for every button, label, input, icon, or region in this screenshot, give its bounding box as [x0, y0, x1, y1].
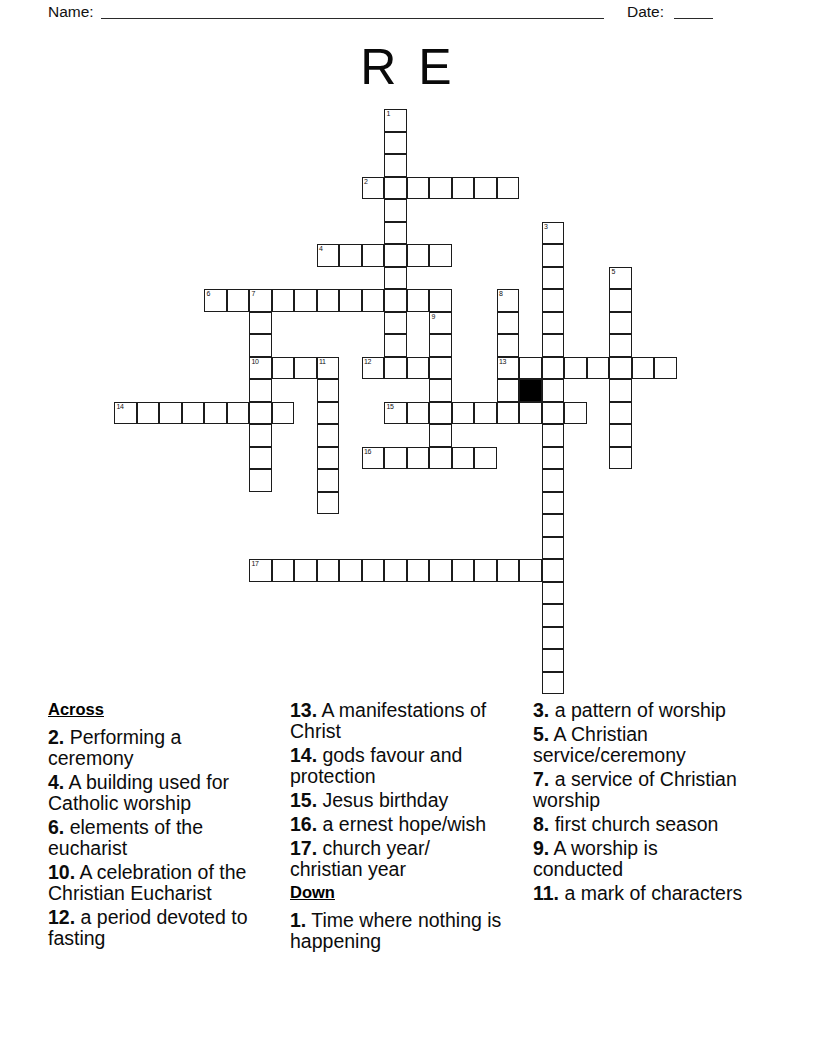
cell-r11c6[interactable]: 10	[249, 357, 272, 380]
cell-r24c19[interactable]	[542, 649, 565, 672]
cell-r11c20[interactable]	[564, 357, 587, 380]
cell-r12c19[interactable]	[542, 379, 565, 402]
clue-number-label: 15.	[290, 789, 317, 811]
clue-item-14: 14. gods favour and protection	[290, 745, 505, 787]
crossword-grid: 1234567891011121314151617	[114, 109, 677, 695]
cell-r15c12[interactable]	[384, 447, 407, 470]
clue-number-16: 16	[364, 448, 371, 456]
cell-r13c17[interactable]	[497, 402, 520, 425]
date-label: Date:	[627, 3, 664, 21]
clue-number-label: 2.	[48, 726, 64, 748]
cell-r10c17[interactable]	[497, 334, 520, 357]
cell-r1c12[interactable]	[384, 132, 407, 155]
clue-number-label: 1.	[290, 909, 306, 931]
cell-r11c19[interactable]	[542, 357, 565, 380]
clues-heading-down: Down	[290, 883, 505, 902]
clue-number-10: 10	[252, 358, 259, 366]
clue-item-6: 6. elements of the eucharist	[48, 817, 263, 859]
cell-r8c10[interactable]	[339, 289, 362, 312]
cell-r13c0[interactable]: 14	[114, 402, 137, 425]
cell-r8c7[interactable]	[272, 289, 295, 312]
clue-number-12: 12	[364, 358, 371, 366]
cell-r16c6[interactable]	[249, 469, 272, 492]
clue-number-label: 14.	[290, 744, 317, 766]
black-cell-r12c18	[519, 379, 542, 402]
cell-r13c1[interactable]	[137, 402, 160, 425]
cell-r10c22[interactable]	[609, 334, 632, 357]
clue-number-label: 4.	[48, 771, 64, 793]
cell-r20c16[interactable]	[474, 559, 497, 582]
cell-r6c11[interactable]	[362, 244, 385, 267]
cell-r16c19[interactable]	[542, 469, 565, 492]
date-blank-line[interactable]	[674, 18, 713, 19]
cell-r14c22[interactable]	[609, 424, 632, 447]
cell-r13c15[interactable]	[452, 402, 475, 425]
cell-r20c13[interactable]	[407, 559, 430, 582]
cell-r15c11[interactable]: 16	[362, 447, 385, 470]
cell-r10c14[interactable]	[429, 334, 452, 357]
cell-r15c13[interactable]	[407, 447, 430, 470]
name-label: Name:	[48, 3, 94, 21]
cell-r25c19[interactable]	[542, 672, 565, 695]
page-title: R E	[0, 38, 816, 96]
cell-r15c15[interactable]	[452, 447, 475, 470]
cell-r13c12[interactable]: 15	[384, 402, 407, 425]
cell-r9c6[interactable]	[249, 312, 272, 335]
cell-r10c12[interactable]	[384, 334, 407, 357]
cell-r20c7[interactable]	[272, 559, 295, 582]
clue-number-17: 17	[252, 560, 259, 568]
clue-column-across: Across2. Performing a ceremony4. A build…	[48, 700, 263, 952]
clue-number-8: 8	[499, 290, 503, 298]
cell-r11c18[interactable]	[519, 357, 542, 380]
clue-item-13: 13. A manifestations of Christ	[290, 700, 505, 742]
cell-r3c13[interactable]	[407, 177, 430, 200]
cell-r13c4[interactable]	[204, 402, 227, 425]
clue-item-1: 1. Time where nothing is happening	[290, 910, 505, 952]
cell-r2c12[interactable]	[384, 154, 407, 177]
cell-r7c22[interactable]: 5	[609, 267, 632, 290]
cell-r3c15[interactable]	[452, 177, 475, 200]
cell-r13c5[interactable]	[227, 402, 250, 425]
cell-r6c13[interactable]	[407, 244, 430, 267]
clue-number-15: 15	[387, 403, 394, 411]
cell-r20c11[interactable]	[362, 559, 385, 582]
cell-r11c21[interactable]	[587, 357, 610, 380]
cell-r13c2[interactable]	[159, 402, 182, 425]
cell-r5c12[interactable]	[384, 222, 407, 245]
clue-item-8: 8. first church season	[533, 814, 748, 835]
worksheet-page: Name: Date: R E 123456789101112131415161…	[0, 0, 816, 1056]
cell-r20c19[interactable]	[542, 559, 565, 582]
cell-r11c9[interactable]: 11	[317, 357, 340, 380]
clue-number-label: 12.	[48, 906, 75, 928]
clue-number-label: 5.	[533, 723, 549, 745]
cell-r13c19[interactable]	[542, 402, 565, 425]
cell-r8c6[interactable]: 7	[249, 289, 272, 312]
cell-r6c9[interactable]: 4	[317, 244, 340, 267]
clue-number-11: 11	[319, 358, 326, 366]
cell-r9c17[interactable]	[497, 312, 520, 335]
cell-r15c22[interactable]	[609, 447, 632, 470]
cell-r12c17[interactable]	[497, 379, 520, 402]
cell-r7c19[interactable]	[542, 267, 565, 290]
clue-number-label: 13.	[290, 699, 317, 721]
clue-number-2: 2	[364, 178, 368, 186]
cell-r14c14[interactable]	[429, 424, 452, 447]
clue-item-4: 4. A building used for Catholic worship	[48, 772, 263, 814]
cell-r8c14[interactable]	[429, 289, 452, 312]
cell-r12c9[interactable]	[317, 379, 340, 402]
cell-r20c8[interactable]	[294, 559, 317, 582]
cell-r15c6[interactable]	[249, 447, 272, 470]
clue-number-label: 10.	[48, 861, 75, 883]
clue-number-label: 3.	[533, 699, 549, 721]
cell-r11c13[interactable]	[407, 357, 430, 380]
cell-r3c14[interactable]	[429, 177, 452, 200]
cell-r15c14[interactable]	[429, 447, 452, 470]
cell-r16c9[interactable]	[317, 469, 340, 492]
cell-r15c9[interactable]	[317, 447, 340, 470]
cell-r3c12[interactable]	[384, 177, 407, 200]
cell-r8c8[interactable]	[294, 289, 317, 312]
cell-r6c14[interactable]	[429, 244, 452, 267]
cell-r6c19[interactable]	[542, 244, 565, 267]
clue-number-label: 6.	[48, 816, 64, 838]
cell-r12c6[interactable]	[249, 379, 272, 402]
cell-r9c19[interactable]	[542, 312, 565, 335]
cell-r8c9[interactable]	[317, 289, 340, 312]
clue-item-11: 11. a mark of characters	[533, 883, 748, 904]
clue-number-5: 5	[612, 268, 616, 276]
cell-r3c17[interactable]	[497, 177, 520, 200]
clue-item-5: 5. A Christian service/ceremony	[533, 724, 748, 766]
cell-r14c19[interactable]	[542, 424, 565, 447]
cell-r8c4[interactable]: 6	[204, 289, 227, 312]
cell-r12c14[interactable]	[429, 379, 452, 402]
cell-r20c15[interactable]	[452, 559, 475, 582]
cell-r20c14[interactable]	[429, 559, 452, 582]
clue-item-15: 15. Jesus birthday	[290, 790, 505, 811]
clue-item-9: 9. A worship is conducted	[533, 838, 748, 880]
clue-number-9: 9	[432, 313, 436, 321]
cell-r13c6[interactable]	[249, 402, 272, 425]
cell-r6c12[interactable]	[384, 244, 407, 267]
clue-item-2: 2. Performing a ceremony	[48, 727, 263, 769]
cell-r20c10[interactable]	[339, 559, 362, 582]
cell-r19c19[interactable]	[542, 537, 565, 560]
cell-r13c3[interactable]	[182, 402, 205, 425]
clue-number-label: 9.	[533, 837, 549, 859]
cell-r20c6[interactable]: 17	[249, 559, 272, 582]
clue-number-label: 17.	[290, 837, 317, 859]
cell-r17c9[interactable]	[317, 492, 340, 515]
cell-r11c11[interactable]: 12	[362, 357, 385, 380]
clue-number-6: 6	[207, 290, 211, 298]
cell-r8c17[interactable]: 8	[497, 289, 520, 312]
cell-r10c6[interactable]	[249, 334, 272, 357]
clue-number-7: 7	[252, 290, 256, 298]
clue-item-3: 3. a pattern of worship	[533, 700, 748, 721]
clue-item-17: 17. church year/ christian year	[290, 838, 505, 880]
cell-r8c11[interactable]	[362, 289, 385, 312]
cell-r12c22[interactable]	[609, 379, 632, 402]
clues-heading-across: Across	[48, 700, 263, 719]
cell-r23c19[interactable]	[542, 627, 565, 650]
cell-r8c19[interactable]	[542, 289, 565, 312]
cell-r11c12[interactable]	[384, 357, 407, 380]
clue-number-label: 16.	[290, 813, 317, 835]
cell-r14c6[interactable]	[249, 424, 272, 447]
cell-r9c14[interactable]: 9	[429, 312, 452, 335]
cell-r20c17[interactable]	[497, 559, 520, 582]
name-blank-line[interactable]	[101, 18, 604, 19]
cell-r8c12[interactable]	[384, 289, 407, 312]
cell-r11c8[interactable]	[294, 357, 317, 380]
cell-r13c22[interactable]	[609, 402, 632, 425]
cell-r9c12[interactable]	[384, 312, 407, 335]
clue-column-down: 3. a pattern of worship5. A Christian se…	[533, 700, 748, 907]
cell-r18c19[interactable]	[542, 514, 565, 537]
cell-r15c16[interactable]	[474, 447, 497, 470]
clue-item-7: 7. a service of Christian worship	[533, 769, 748, 811]
cell-r15c19[interactable]	[542, 447, 565, 470]
cell-r11c14[interactable]	[429, 357, 452, 380]
cell-r14c9[interactable]	[317, 424, 340, 447]
cell-r11c17[interactable]: 13	[497, 357, 520, 380]
cell-r3c16[interactable]	[474, 177, 497, 200]
cell-r6c10[interactable]	[339, 244, 362, 267]
cell-r11c7[interactable]	[272, 357, 295, 380]
cell-r7c12[interactable]	[384, 267, 407, 290]
cell-r20c18[interactable]	[519, 559, 542, 582]
clue-number-13: 13	[499, 358, 506, 366]
cell-r8c13[interactable]	[407, 289, 430, 312]
cell-r13c20[interactable]	[564, 402, 587, 425]
cell-r20c9[interactable]	[317, 559, 340, 582]
clue-number-4: 4	[319, 245, 323, 253]
cell-r13c13[interactable]	[407, 402, 430, 425]
cell-r5c19[interactable]: 3	[542, 222, 565, 245]
cell-r4c12[interactable]	[384, 199, 407, 222]
cell-r17c19[interactable]	[542, 492, 565, 515]
clue-number-3: 3	[544, 223, 548, 231]
cell-r8c5[interactable]	[227, 289, 250, 312]
cell-r20c12[interactable]	[384, 559, 407, 582]
cell-r10c19[interactable]	[542, 334, 565, 357]
cell-r11c23[interactable]	[632, 357, 655, 380]
cell-r13c18[interactable]	[519, 402, 542, 425]
clue-number-label: 11.	[533, 882, 559, 904]
cell-r11c22[interactable]	[609, 357, 632, 380]
clue-item-16: 16. a ernest hope/wish	[290, 814, 505, 835]
cell-r11c24[interactable]	[654, 357, 677, 380]
clue-item-10: 10. A celebration of the Christian Eucha…	[48, 862, 263, 904]
cell-r13c16[interactable]	[474, 402, 497, 425]
clue-number-1: 1	[387, 110, 391, 118]
cell-r9c22[interactable]	[609, 312, 632, 335]
cell-r3c11[interactable]: 2	[362, 177, 385, 200]
cell-r13c9[interactable]	[317, 402, 340, 425]
cell-r21c19[interactable]	[542, 582, 565, 605]
cell-r0c12[interactable]: 1	[384, 109, 407, 132]
clue-item-12: 12. a period devoted to fasting	[48, 907, 263, 949]
clue-column-middle: 13. A manifestations of Christ14. gods f…	[290, 700, 505, 955]
clue-number-label: 7.	[533, 768, 549, 790]
cell-r22c19[interactable]	[542, 604, 565, 627]
cell-r13c14[interactable]	[429, 402, 452, 425]
cell-r8c22[interactable]	[609, 289, 632, 312]
clue-number-14: 14	[117, 403, 124, 411]
clue-number-label: 8.	[533, 813, 549, 835]
cell-r13c7[interactable]	[272, 402, 295, 425]
